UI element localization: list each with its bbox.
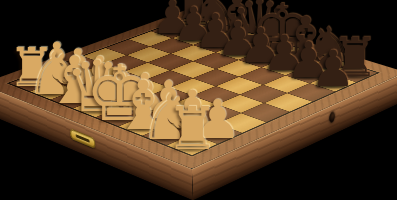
board-perspective-wrap — [0, 0, 397, 200]
square-g6[interactable] — [264, 76, 309, 93]
square-f2[interactable] — [145, 106, 192, 125]
square-h7[interactable] — [311, 74, 356, 91]
square-c2[interactable] — [77, 81, 122, 98]
square-f4[interactable] — [193, 86, 239, 104]
square-d1[interactable] — [73, 99, 119, 117]
square-g2[interactable] — [168, 115, 216, 134]
square-f5[interactable] — [217, 77, 262, 94]
square-h1[interactable] — [168, 135, 217, 155]
chess-set-photo: ♜♞♟♝♟♛♟♚♟♝♟♞♟♟♜♟♟♜♟♟♞♟♝♟♛♟♚♟♝♟♞♜ — [0, 0, 397, 200]
square-h5[interactable] — [265, 93, 312, 111]
square-e2[interactable] — [121, 97, 168, 115]
square-f3[interactable] — [169, 96, 216, 114]
clasp-slot — [75, 134, 89, 143]
square-b1[interactable] — [30, 82, 75, 99]
square-e1[interactable] — [96, 107, 143, 126]
latch-pin-icon — [329, 111, 334, 124]
square-c1[interactable] — [52, 90, 98, 108]
square-h6[interactable] — [288, 84, 334, 102]
square-g1[interactable] — [143, 125, 192, 145]
square-f1[interactable] — [119, 116, 167, 135]
square-h4[interactable] — [242, 103, 289, 122]
square-e3[interactable] — [146, 88, 192, 106]
square-d2[interactable] — [99, 89, 145, 107]
square-g5[interactable] — [241, 85, 287, 103]
square-h2[interactable] — [193, 124, 242, 144]
square-h3[interactable] — [218, 113, 266, 132]
square-e4[interactable] — [170, 78, 215, 95]
square-d3[interactable] — [123, 80, 168, 97]
square-g4[interactable] — [217, 95, 264, 113]
square-g3[interactable] — [193, 105, 240, 124]
chess-board[interactable] — [0, 7, 397, 169]
brass-clasp-icon — [70, 128, 96, 149]
